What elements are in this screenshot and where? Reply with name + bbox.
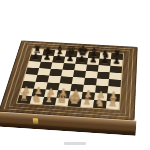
brass-hinge-icon	[11, 74, 12, 83]
watermark	[64, 142, 86, 145]
brass-latch-icon	[33, 118, 39, 124]
piece-white-knight-b1: ♞	[23, 92, 51, 105]
square-b1: ♞	[30, 96, 44, 104]
square-g1: ♞	[93, 100, 107, 109]
chess-board: ♜♞♝♛♚♝♞♜♟♟♟♟♟♟♟♟♟♟♟♟♟♟♟♟♜♞♝♛♚♝♞♜	[16, 48, 124, 110]
square-c4	[48, 76, 62, 84]
board-frame: ♜♞♝♛♚♝♞♜♟♟♟♟♟♟♟♟♟♟♟♟♟♟♟♟♜♞♝♛♚♝♞♜	[0, 40, 138, 120]
piece-white-knight-g1: ♞	[86, 96, 114, 109]
chess-set: ♜♞♝♛♚♝♞♜♟♟♟♟♟♟♟♟♟♟♟♟♟♟♟♟♜♞♝♛♚♝♞♜	[0, 40, 138, 120]
square-f5	[85, 71, 98, 78]
product-photo: ♜♞♝♛♚♝♞♜♟♟♟♟♟♟♟♟♟♟♟♟♟♟♟♟♜♞♝♛♚♝♞♜	[0, 0, 150, 150]
square-g5	[97, 72, 110, 80]
square-h4	[108, 79, 121, 87]
